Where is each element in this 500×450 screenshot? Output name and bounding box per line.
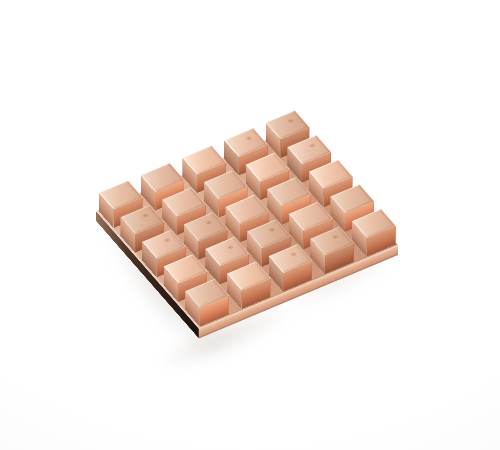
photo-background <box>0 0 500 450</box>
copper-heatsink <box>96 127 398 328</box>
